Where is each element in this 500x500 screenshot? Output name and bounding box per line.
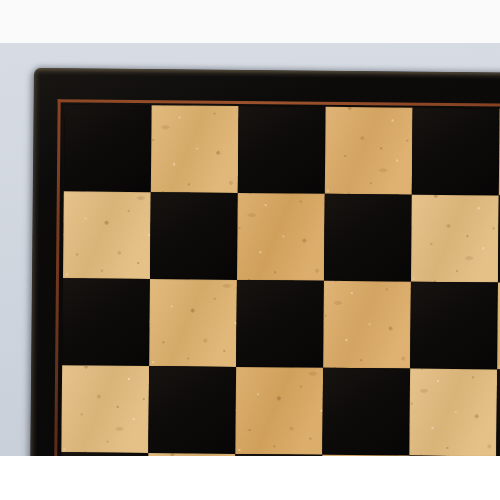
- square-dark: [412, 108, 500, 196]
- top-white-band: [0, 0, 500, 43]
- square-light: [235, 367, 323, 455]
- square-light: [411, 195, 499, 283]
- photo-backdrop: [0, 43, 500, 456]
- square-light: [149, 279, 237, 367]
- square-dark: [238, 106, 326, 194]
- square-dark: [62, 278, 150, 366]
- square-light: [325, 107, 413, 195]
- square-light: [151, 105, 239, 193]
- square-light: [323, 281, 411, 369]
- square-dark: [236, 280, 324, 368]
- product-photo: [0, 0, 500, 500]
- square-light: [63, 191, 151, 279]
- square-dark: [148, 366, 236, 454]
- square-dark: [150, 192, 238, 280]
- square-dark: [322, 368, 410, 456]
- square-dark: [496, 369, 500, 456]
- square-light: [237, 193, 325, 281]
- square-dark: [410, 282, 498, 370]
- square-light: [61, 365, 149, 453]
- squares-grid: [60, 104, 500, 456]
- square-dark: [64, 104, 152, 192]
- square-light: [409, 369, 497, 456]
- bottom-white-band: [0, 456, 500, 500]
- frame-inlay-line-left: [53, 99, 60, 456]
- square-dark: [324, 194, 412, 282]
- chessboard: [29, 68, 500, 456]
